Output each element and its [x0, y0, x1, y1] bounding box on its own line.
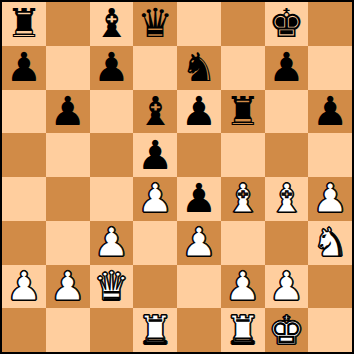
square-h4[interactable]: ♟	[308, 177, 352, 221]
black-pawn-icon[interactable]: ♟	[137, 134, 173, 177]
square-e2[interactable]	[177, 265, 221, 309]
square-b8[interactable]	[46, 2, 90, 46]
black-pawn-icon[interactable]: ♟	[6, 46, 42, 89]
white-rook-icon[interactable]: ♜	[225, 309, 261, 352]
square-b3[interactable]	[46, 221, 90, 265]
square-a8[interactable]: ♜	[2, 2, 46, 46]
square-h8[interactable]	[308, 2, 352, 46]
black-knight-icon[interactable]: ♞	[181, 46, 217, 89]
square-a2[interactable]: ♟	[2, 265, 46, 309]
white-pawn-icon[interactable]: ♟	[137, 177, 173, 220]
square-e6[interactable]: ♟	[177, 90, 221, 134]
square-a5[interactable]	[2, 133, 46, 177]
square-e4[interactable]: ♟	[177, 177, 221, 221]
square-d8[interactable]: ♛	[133, 2, 177, 46]
square-b1[interactable]	[46, 308, 90, 352]
square-d5[interactable]: ♟	[133, 133, 177, 177]
square-c5[interactable]	[90, 133, 134, 177]
white-pawn-icon[interactable]: ♟	[6, 265, 42, 308]
square-e3[interactable]: ♟	[177, 221, 221, 265]
white-rook-icon[interactable]: ♜	[137, 309, 173, 352]
square-f1[interactable]: ♜	[221, 308, 265, 352]
square-b6[interactable]: ♟	[46, 90, 90, 134]
square-c1[interactable]	[90, 308, 134, 352]
square-f7[interactable]	[221, 46, 265, 90]
square-b4[interactable]	[46, 177, 90, 221]
square-c6[interactable]	[90, 90, 134, 134]
square-b7[interactable]	[46, 46, 90, 90]
white-bishop-icon[interactable]: ♝	[268, 177, 304, 220]
black-pawn-icon[interactable]: ♟	[93, 46, 129, 89]
square-d2[interactable]	[133, 265, 177, 309]
square-h3[interactable]: ♞	[308, 221, 352, 265]
square-f3[interactable]	[221, 221, 265, 265]
square-g7[interactable]: ♟	[265, 46, 309, 90]
square-h6[interactable]: ♟	[308, 90, 352, 134]
square-c8[interactable]: ♝	[90, 2, 134, 46]
square-f4[interactable]: ♝	[221, 177, 265, 221]
square-g8[interactable]: ♚	[265, 2, 309, 46]
square-h2[interactable]	[308, 265, 352, 309]
square-f6[interactable]: ♜	[221, 90, 265, 134]
square-e1[interactable]	[177, 308, 221, 352]
black-queen-icon[interactable]: ♛	[137, 2, 173, 45]
white-pawn-icon[interactable]: ♟	[50, 265, 86, 308]
chess-board-container: ♜♝♛♚♟♟♞♟♟♝♟♜♟♟♟♟♝♝♟♟♟♞♟♟♛♟♟♜♜♚	[0, 0, 354, 354]
chess-board: ♜♝♛♚♟♟♞♟♟♝♟♜♟♟♟♟♝♝♟♟♟♞♟♟♛♟♟♜♜♚	[0, 0, 354, 354]
square-g6[interactable]	[265, 90, 309, 134]
square-b2[interactable]: ♟	[46, 265, 90, 309]
square-a3[interactable]	[2, 221, 46, 265]
square-a7[interactable]: ♟	[2, 46, 46, 90]
black-rook-icon[interactable]: ♜	[225, 90, 261, 133]
white-pawn-icon[interactable]: ♟	[268, 265, 304, 308]
square-c4[interactable]	[90, 177, 134, 221]
square-c2[interactable]: ♛	[90, 265, 134, 309]
white-pawn-icon[interactable]: ♟	[225, 265, 261, 308]
square-g1[interactable]: ♚	[265, 308, 309, 352]
square-h5[interactable]	[308, 133, 352, 177]
square-d1[interactable]: ♜	[133, 308, 177, 352]
white-pawn-icon[interactable]: ♟	[93, 221, 129, 264]
square-c7[interactable]: ♟	[90, 46, 134, 90]
black-rook-icon[interactable]: ♜	[6, 2, 42, 45]
square-d6[interactable]: ♝	[133, 90, 177, 134]
square-a6[interactable]	[2, 90, 46, 134]
square-e5[interactable]	[177, 133, 221, 177]
black-bishop-icon[interactable]: ♝	[137, 90, 173, 133]
square-e7[interactable]: ♞	[177, 46, 221, 90]
square-b5[interactable]	[46, 133, 90, 177]
square-h7[interactable]	[308, 46, 352, 90]
black-king-icon[interactable]: ♚	[268, 2, 304, 45]
square-h1[interactable]	[308, 308, 352, 352]
white-knight-icon[interactable]: ♞	[312, 221, 348, 264]
square-f8[interactable]	[221, 2, 265, 46]
black-pawn-icon[interactable]: ♟	[181, 90, 217, 133]
square-g3[interactable]	[265, 221, 309, 265]
square-e8[interactable]	[177, 2, 221, 46]
black-pawn-icon[interactable]: ♟	[312, 90, 348, 133]
square-d7[interactable]	[133, 46, 177, 90]
square-g5[interactable]	[265, 133, 309, 177]
square-f2[interactable]: ♟	[221, 265, 265, 309]
white-bishop-icon[interactable]: ♝	[225, 177, 261, 220]
square-g2[interactable]: ♟	[265, 265, 309, 309]
black-pawn-icon[interactable]: ♟	[268, 46, 304, 89]
white-pawn-icon[interactable]: ♟	[312, 177, 348, 220]
square-g4[interactable]: ♝	[265, 177, 309, 221]
black-pawn-icon[interactable]: ♟	[181, 177, 217, 220]
square-d3[interactable]	[133, 221, 177, 265]
square-f5[interactable]	[221, 133, 265, 177]
white-queen-icon[interactable]: ♛	[93, 265, 129, 308]
square-a4[interactable]	[2, 177, 46, 221]
square-a1[interactable]	[2, 308, 46, 352]
black-pawn-icon[interactable]: ♟	[50, 90, 86, 133]
square-c3[interactable]: ♟	[90, 221, 134, 265]
white-king-icon[interactable]: ♚	[268, 309, 304, 352]
white-pawn-icon[interactable]: ♟	[181, 221, 217, 264]
square-d4[interactable]: ♟	[133, 177, 177, 221]
black-bishop-icon[interactable]: ♝	[93, 2, 129, 45]
